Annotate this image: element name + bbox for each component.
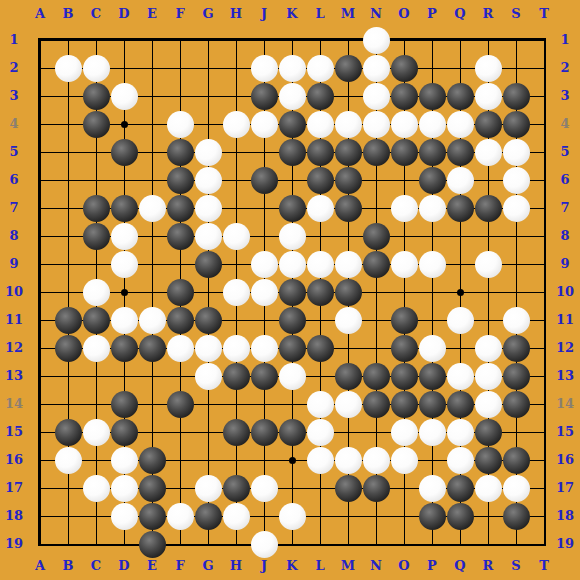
black-stone-S3[interactable] (503, 83, 530, 110)
intersection-R5[interactable] (474, 138, 502, 166)
intersection-N18[interactable] (362, 502, 390, 530)
intersection-P14[interactable] (418, 390, 446, 418)
white-stone-H8[interactable] (223, 223, 250, 250)
intersection-R18[interactable] (474, 502, 502, 530)
black-stone-Q14[interactable] (447, 391, 474, 418)
black-stone-F8[interactable] (167, 223, 194, 250)
intersection-P17[interactable] (418, 474, 446, 502)
intersection-B18[interactable] (54, 502, 82, 530)
intersection-J12[interactable] (250, 334, 278, 362)
white-stone-G5[interactable] (195, 139, 222, 166)
intersection-B2[interactable] (54, 54, 82, 82)
black-stone-E17[interactable] (139, 475, 166, 502)
intersection-L17[interactable] (306, 474, 334, 502)
white-stone-D9[interactable] (111, 251, 138, 278)
intersection-S9[interactable] (502, 250, 530, 278)
intersection-M17[interactable] (334, 474, 362, 502)
intersection-K16[interactable] (278, 446, 306, 474)
intersection-D12[interactable] (110, 334, 138, 362)
intersection-H17[interactable] (222, 474, 250, 502)
intersection-O2[interactable] (390, 54, 418, 82)
intersection-L13[interactable] (306, 362, 334, 390)
black-stone-K7[interactable] (279, 195, 306, 222)
white-stone-J12[interactable] (251, 335, 278, 362)
intersection-D17[interactable] (110, 474, 138, 502)
intersection-L14[interactable] (306, 390, 334, 418)
white-stone-N4[interactable] (363, 111, 390, 138)
intersection-N13[interactable] (362, 362, 390, 390)
intersection-O5[interactable] (390, 138, 418, 166)
intersection-P7[interactable] (418, 194, 446, 222)
intersection-Q13[interactable] (446, 362, 474, 390)
black-stone-F14[interactable] (167, 391, 194, 418)
intersection-B10[interactable] (54, 278, 82, 306)
intersection-B4[interactable] (54, 110, 82, 138)
black-stone-E16[interactable] (139, 447, 166, 474)
black-stone-L6[interactable] (307, 167, 334, 194)
intersection-B5[interactable] (54, 138, 82, 166)
intersection-F13[interactable] (166, 362, 194, 390)
intersection-J17[interactable] (250, 474, 278, 502)
intersection-S11[interactable] (502, 306, 530, 334)
white-stone-P7[interactable] (419, 195, 446, 222)
intersection-R2[interactable] (474, 54, 502, 82)
black-stone-C3[interactable] (83, 83, 110, 110)
intersection-P12[interactable] (418, 334, 446, 362)
intersection-B14[interactable] (54, 390, 82, 418)
intersection-E7[interactable] (138, 194, 166, 222)
white-stone-R14[interactable] (475, 391, 502, 418)
intersection-K7[interactable] (278, 194, 306, 222)
intersection-A2[interactable] (26, 54, 54, 82)
black-stone-P14[interactable] (419, 391, 446, 418)
white-stone-Q13[interactable] (447, 363, 474, 390)
white-stone-M9[interactable] (335, 251, 362, 278)
intersection-C12[interactable] (82, 334, 110, 362)
intersection-A11[interactable] (26, 306, 54, 334)
white-stone-B16[interactable] (55, 447, 82, 474)
intersection-O8[interactable] (390, 222, 418, 250)
black-stone-J6[interactable] (251, 167, 278, 194)
intersection-M11[interactable] (334, 306, 362, 334)
intersection-C2[interactable] (82, 54, 110, 82)
intersection-B3[interactable] (54, 82, 82, 110)
white-stone-O4[interactable] (391, 111, 418, 138)
intersection-E6[interactable] (138, 166, 166, 194)
black-stone-M7[interactable] (335, 195, 362, 222)
intersection-F6[interactable] (166, 166, 194, 194)
intersection-C6[interactable] (82, 166, 110, 194)
intersection-A14[interactable] (26, 390, 54, 418)
intersection-L18[interactable] (306, 502, 334, 530)
intersection-M9[interactable] (334, 250, 362, 278)
intersection-M4[interactable] (334, 110, 362, 138)
intersection-P13[interactable] (418, 362, 446, 390)
white-stone-D11[interactable] (111, 307, 138, 334)
intersection-H2[interactable] (222, 54, 250, 82)
black-stone-M6[interactable] (335, 167, 362, 194)
intersection-L5[interactable] (306, 138, 334, 166)
white-stone-H18[interactable] (223, 503, 250, 530)
intersection-P18[interactable] (418, 502, 446, 530)
intersection-L16[interactable] (306, 446, 334, 474)
intersection-E13[interactable] (138, 362, 166, 390)
intersection-K15[interactable] (278, 418, 306, 446)
intersection-K18[interactable] (278, 502, 306, 530)
intersection-O14[interactable] (390, 390, 418, 418)
intersection-S18[interactable] (502, 502, 530, 530)
white-stone-L15[interactable] (307, 419, 334, 446)
white-stone-D17[interactable] (111, 475, 138, 502)
intersection-K13[interactable] (278, 362, 306, 390)
white-stone-S6[interactable] (503, 167, 530, 194)
black-stone-F6[interactable] (167, 167, 194, 194)
black-stone-G18[interactable] (195, 503, 222, 530)
intersection-K8[interactable] (278, 222, 306, 250)
black-stone-K10[interactable] (279, 279, 306, 306)
black-stone-D12[interactable] (111, 335, 138, 362)
intersection-F8[interactable] (166, 222, 194, 250)
white-stone-R17[interactable] (475, 475, 502, 502)
white-stone-M16[interactable] (335, 447, 362, 474)
intersection-R4[interactable] (474, 110, 502, 138)
white-stone-G12[interactable] (195, 335, 222, 362)
white-stone-H10[interactable] (223, 279, 250, 306)
white-stone-D18[interactable] (111, 503, 138, 530)
intersection-R16[interactable] (474, 446, 502, 474)
intersection-N7[interactable] (362, 194, 390, 222)
intersection-F11[interactable] (166, 306, 194, 334)
white-stone-M4[interactable] (335, 111, 362, 138)
black-stone-S12[interactable] (503, 335, 530, 362)
intersection-Q6[interactable] (446, 166, 474, 194)
intersection-K14[interactable] (278, 390, 306, 418)
black-stone-J3[interactable] (251, 83, 278, 110)
black-stone-S4[interactable] (503, 111, 530, 138)
intersection-A4[interactable] (26, 110, 54, 138)
black-stone-O3[interactable] (391, 83, 418, 110)
white-stone-K8[interactable] (279, 223, 306, 250)
intersection-F7[interactable] (166, 194, 194, 222)
black-stone-D5[interactable] (111, 139, 138, 166)
intersection-D18[interactable] (110, 502, 138, 530)
intersection-J9[interactable] (250, 250, 278, 278)
intersection-N10[interactable] (362, 278, 390, 306)
white-stone-C17[interactable] (83, 475, 110, 502)
intersection-P4[interactable] (418, 110, 446, 138)
intersection-L2[interactable] (306, 54, 334, 82)
intersection-C10[interactable] (82, 278, 110, 306)
intersection-F4[interactable] (166, 110, 194, 138)
intersection-G9[interactable] (194, 250, 222, 278)
intersection-N2[interactable] (362, 54, 390, 82)
black-stone-L3[interactable] (307, 83, 334, 110)
intersection-F5[interactable] (166, 138, 194, 166)
intersection-O9[interactable] (390, 250, 418, 278)
intersection-F12[interactable] (166, 334, 194, 362)
black-stone-J13[interactable] (251, 363, 278, 390)
intersection-J11[interactable] (250, 306, 278, 334)
intersection-K12[interactable] (278, 334, 306, 362)
intersection-S3[interactable] (502, 82, 530, 110)
black-stone-F11[interactable] (167, 307, 194, 334)
black-stone-S16[interactable] (503, 447, 530, 474)
intersection-D5[interactable] (110, 138, 138, 166)
intersection-J14[interactable] (250, 390, 278, 418)
white-stone-K9[interactable] (279, 251, 306, 278)
intersection-E8[interactable] (138, 222, 166, 250)
intersection-G12[interactable] (194, 334, 222, 362)
black-stone-R16[interactable] (475, 447, 502, 474)
black-stone-K11[interactable] (279, 307, 306, 334)
intersection-C14[interactable] (82, 390, 110, 418)
black-stone-S13[interactable] (503, 363, 530, 390)
intersection-R12[interactable] (474, 334, 502, 362)
intersection-S15[interactable] (502, 418, 530, 446)
white-stone-J10[interactable] (251, 279, 278, 306)
intersection-M5[interactable] (334, 138, 362, 166)
black-stone-Q17[interactable] (447, 475, 474, 502)
white-stone-J4[interactable] (251, 111, 278, 138)
intersection-E12[interactable] (138, 334, 166, 362)
black-stone-M5[interactable] (335, 139, 362, 166)
intersection-D14[interactable] (110, 390, 138, 418)
white-stone-S17[interactable] (503, 475, 530, 502)
intersection-G16[interactable] (194, 446, 222, 474)
intersection-P9[interactable] (418, 250, 446, 278)
white-stone-P17[interactable] (419, 475, 446, 502)
intersection-G7[interactable] (194, 194, 222, 222)
intersection-M8[interactable] (334, 222, 362, 250)
intersection-M1[interactable] (334, 26, 362, 54)
intersection-O6[interactable] (390, 166, 418, 194)
intersection-G4[interactable] (194, 110, 222, 138)
intersection-M13[interactable] (334, 362, 362, 390)
intersection-A17[interactable] (26, 474, 54, 502)
white-stone-R13[interactable] (475, 363, 502, 390)
intersection-D2[interactable] (110, 54, 138, 82)
intersection-H6[interactable] (222, 166, 250, 194)
intersection-S8[interactable] (502, 222, 530, 250)
intersection-L12[interactable] (306, 334, 334, 362)
intersection-Q14[interactable] (446, 390, 474, 418)
white-stone-J9[interactable] (251, 251, 278, 278)
intersection-A3[interactable] (26, 82, 54, 110)
black-stone-E12[interactable] (139, 335, 166, 362)
intersection-N8[interactable] (362, 222, 390, 250)
black-stone-G11[interactable] (195, 307, 222, 334)
intersection-Q5[interactable] (446, 138, 474, 166)
black-stone-K12[interactable] (279, 335, 306, 362)
intersection-L11[interactable] (306, 306, 334, 334)
white-stone-F18[interactable] (167, 503, 194, 530)
intersection-R15[interactable] (474, 418, 502, 446)
intersection-L15[interactable] (306, 418, 334, 446)
intersection-R8[interactable] (474, 222, 502, 250)
white-stone-E7[interactable] (139, 195, 166, 222)
black-stone-B12[interactable] (55, 335, 82, 362)
black-stone-F5[interactable] (167, 139, 194, 166)
intersection-N15[interactable] (362, 418, 390, 446)
white-stone-O9[interactable] (391, 251, 418, 278)
white-stone-P4[interactable] (419, 111, 446, 138)
black-stone-F10[interactable] (167, 279, 194, 306)
intersection-S14[interactable] (502, 390, 530, 418)
white-stone-Q4[interactable] (447, 111, 474, 138)
white-stone-O15[interactable] (391, 419, 418, 446)
intersection-Q15[interactable] (446, 418, 474, 446)
white-stone-N2[interactable] (363, 55, 390, 82)
white-stone-C12[interactable] (83, 335, 110, 362)
intersection-H16[interactable] (222, 446, 250, 474)
white-stone-K18[interactable] (279, 503, 306, 530)
white-stone-L7[interactable] (307, 195, 334, 222)
intersection-H18[interactable] (222, 502, 250, 530)
intersection-B9[interactable] (54, 250, 82, 278)
intersection-G1[interactable] (194, 26, 222, 54)
intersection-B1[interactable] (54, 26, 82, 54)
intersection-Q2[interactable] (446, 54, 474, 82)
intersection-N3[interactable] (362, 82, 390, 110)
intersection-O15[interactable] (390, 418, 418, 446)
intersection-R9[interactable] (474, 250, 502, 278)
intersection-K2[interactable] (278, 54, 306, 82)
intersection-J8[interactable] (250, 222, 278, 250)
intersection-E10[interactable] (138, 278, 166, 306)
black-stone-O11[interactable] (391, 307, 418, 334)
intersection-C11[interactable] (82, 306, 110, 334)
intersection-O11[interactable] (390, 306, 418, 334)
intersection-K10[interactable] (278, 278, 306, 306)
intersection-F18[interactable] (166, 502, 194, 530)
intersection-G3[interactable] (194, 82, 222, 110)
intersection-D9[interactable] (110, 250, 138, 278)
intersection-S6[interactable] (502, 166, 530, 194)
intersection-N16[interactable] (362, 446, 390, 474)
intersection-G17[interactable] (194, 474, 222, 502)
black-stone-J15[interactable] (251, 419, 278, 446)
intersection-H1[interactable] (222, 26, 250, 54)
white-stone-L9[interactable] (307, 251, 334, 278)
intersection-L7[interactable] (306, 194, 334, 222)
intersection-J13[interactable] (250, 362, 278, 390)
black-stone-M2[interactable] (335, 55, 362, 82)
black-stone-F7[interactable] (167, 195, 194, 222)
intersection-B13[interactable] (54, 362, 82, 390)
intersection-H13[interactable] (222, 362, 250, 390)
black-stone-O2[interactable] (391, 55, 418, 82)
intersection-F1[interactable] (166, 26, 194, 54)
white-stone-G6[interactable] (195, 167, 222, 194)
intersection-B12[interactable] (54, 334, 82, 362)
intersection-O18[interactable] (390, 502, 418, 530)
intersection-P2[interactable] (418, 54, 446, 82)
white-stone-G17[interactable] (195, 475, 222, 502)
intersection-R7[interactable] (474, 194, 502, 222)
intersection-E18[interactable] (138, 502, 166, 530)
white-stone-N1[interactable] (363, 27, 390, 54)
intersection-O3[interactable] (390, 82, 418, 110)
intersection-K5[interactable] (278, 138, 306, 166)
black-stone-L12[interactable] (307, 335, 334, 362)
intersection-N4[interactable] (362, 110, 390, 138)
intersection-F17[interactable] (166, 474, 194, 502)
intersection-M10[interactable] (334, 278, 362, 306)
intersection-S7[interactable] (502, 194, 530, 222)
intersection-S4[interactable] (502, 110, 530, 138)
intersection-R1[interactable] (474, 26, 502, 54)
intersection-D4[interactable] (110, 110, 138, 138)
intersection-K6[interactable] (278, 166, 306, 194)
intersection-C16[interactable] (82, 446, 110, 474)
intersection-R6[interactable] (474, 166, 502, 194)
intersection-O7[interactable] (390, 194, 418, 222)
black-stone-B11[interactable] (55, 307, 82, 334)
intersection-B7[interactable] (54, 194, 82, 222)
intersection-J5[interactable] (250, 138, 278, 166)
intersection-K9[interactable] (278, 250, 306, 278)
intersection-K17[interactable] (278, 474, 306, 502)
intersection-B8[interactable] (54, 222, 82, 250)
intersection-E11[interactable] (138, 306, 166, 334)
intersection-P3[interactable] (418, 82, 446, 110)
intersection-M18[interactable] (334, 502, 362, 530)
intersection-N12[interactable] (362, 334, 390, 362)
intersection-O4[interactable] (390, 110, 418, 138)
intersection-S16[interactable] (502, 446, 530, 474)
intersection-E2[interactable] (138, 54, 166, 82)
intersection-C13[interactable] (82, 362, 110, 390)
intersection-B11[interactable] (54, 306, 82, 334)
intersection-B17[interactable] (54, 474, 82, 502)
white-stone-K2[interactable] (279, 55, 306, 82)
intersection-J16[interactable] (250, 446, 278, 474)
intersection-J1[interactable] (250, 26, 278, 54)
intersection-G15[interactable] (194, 418, 222, 446)
black-stone-Q5[interactable] (447, 139, 474, 166)
white-stone-F4[interactable] (167, 111, 194, 138)
intersection-B16[interactable] (54, 446, 82, 474)
intersection-C7[interactable] (82, 194, 110, 222)
intersection-Q12[interactable] (446, 334, 474, 362)
intersection-G13[interactable] (194, 362, 222, 390)
black-stone-H15[interactable] (223, 419, 250, 446)
black-stone-R15[interactable] (475, 419, 502, 446)
intersection-E1[interactable] (138, 26, 166, 54)
intersection-J2[interactable] (250, 54, 278, 82)
intersection-R13[interactable] (474, 362, 502, 390)
intersection-R11[interactable] (474, 306, 502, 334)
black-stone-O14[interactable] (391, 391, 418, 418)
white-stone-Q6[interactable] (447, 167, 474, 194)
white-stone-P15[interactable] (419, 419, 446, 446)
intersection-P10[interactable] (418, 278, 446, 306)
intersection-C3[interactable] (82, 82, 110, 110)
black-stone-Q18[interactable] (447, 503, 474, 530)
white-stone-C15[interactable] (83, 419, 110, 446)
black-stone-L5[interactable] (307, 139, 334, 166)
intersection-H5[interactable] (222, 138, 250, 166)
intersection-E9[interactable] (138, 250, 166, 278)
white-stone-S5[interactable] (503, 139, 530, 166)
white-stone-M11[interactable] (335, 307, 362, 334)
black-stone-D7[interactable] (111, 195, 138, 222)
white-stone-K13[interactable] (279, 363, 306, 390)
intersection-E3[interactable] (138, 82, 166, 110)
intersection-E15[interactable] (138, 418, 166, 446)
black-stone-C8[interactable] (83, 223, 110, 250)
black-stone-O5[interactable] (391, 139, 418, 166)
